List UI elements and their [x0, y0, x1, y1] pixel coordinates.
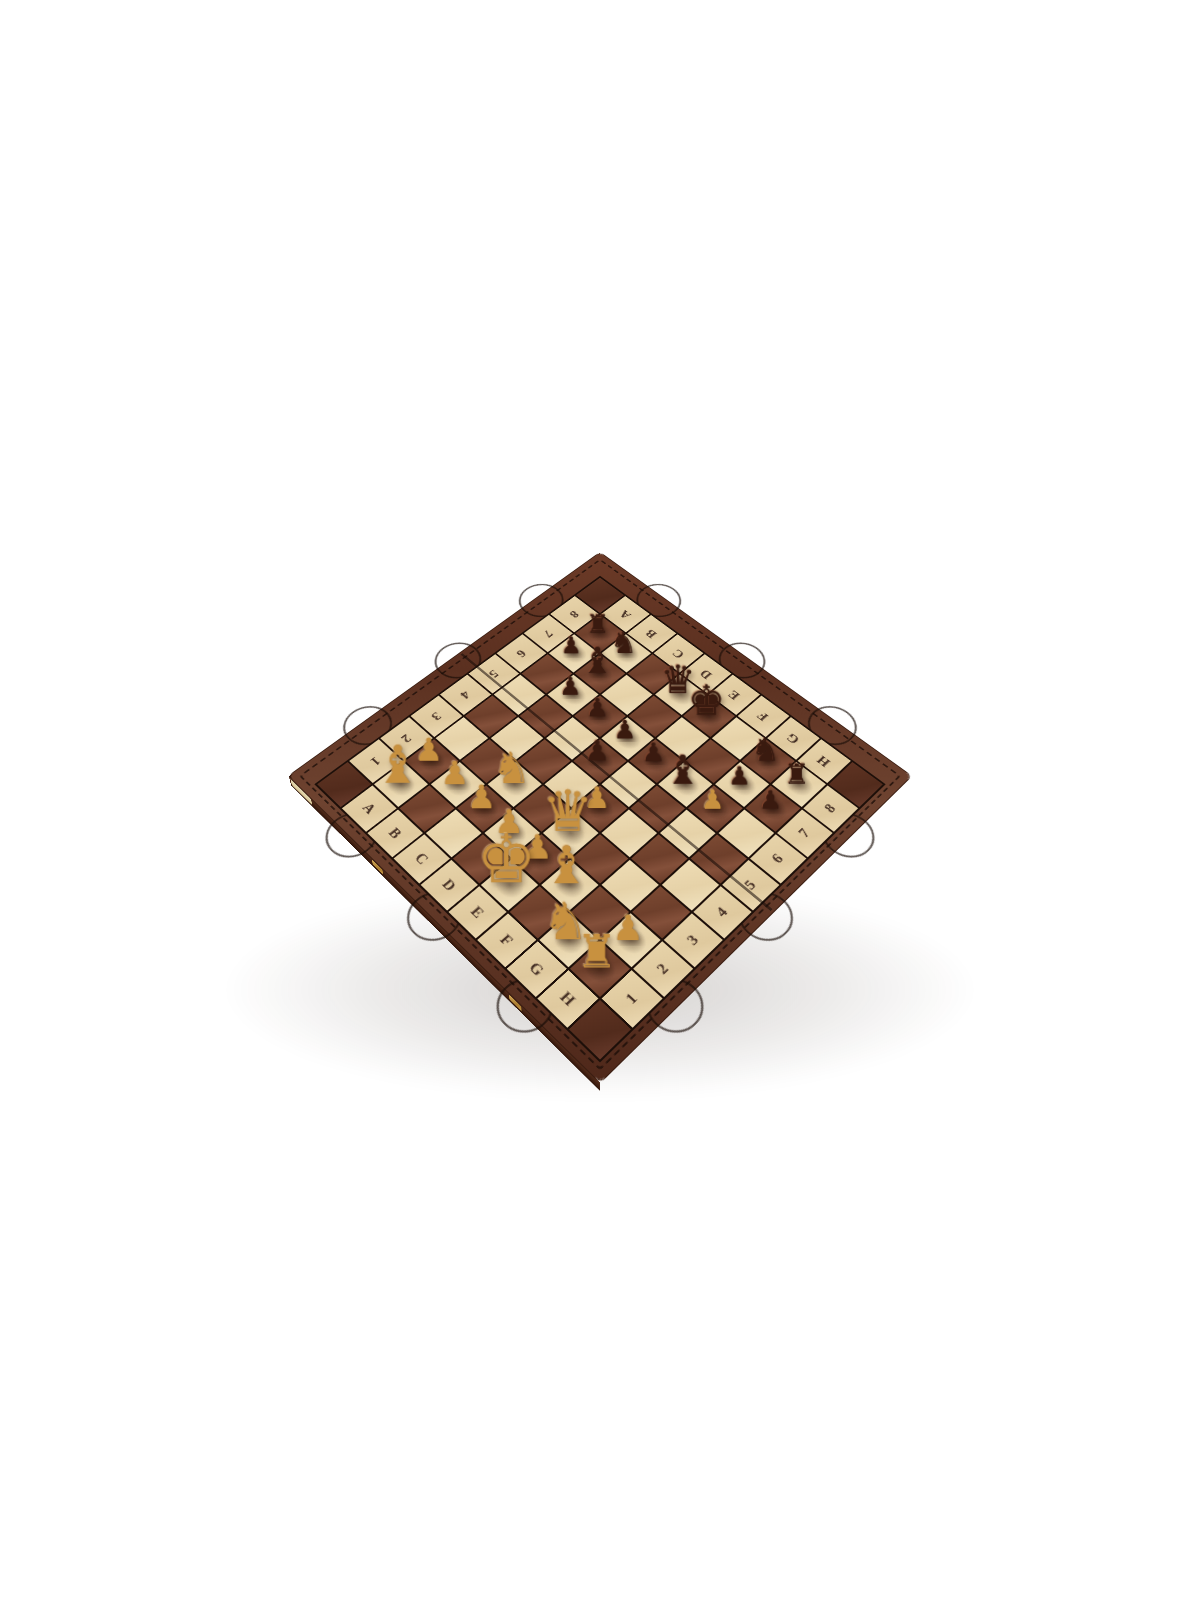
square-d5[interactable]: ♟ — [573, 739, 626, 783]
black-pawn[interactable]: ♟ — [559, 674, 581, 699]
rank-label-right-5: 5 — [741, 877, 760, 893]
white-pawn[interactable]: ♟ — [441, 757, 470, 789]
white-bishop[interactable]: ♝ — [375, 738, 422, 790]
rank-label-right-4: 4 — [713, 904, 732, 921]
black-bishop[interactable]: ♝ — [581, 643, 613, 679]
white-pawn[interactable]: ♟ — [701, 786, 725, 813]
white-knight[interactable]: ♞ — [493, 747, 532, 790]
file-label-near-A: A — [359, 800, 380, 817]
black-pawn[interactable]: ♟ — [586, 695, 608, 720]
black-pawn[interactable]: ♟ — [728, 763, 751, 788]
rank-label-right-8: 8 — [821, 801, 839, 816]
rank-label-left-6: 6 — [514, 647, 530, 659]
black-king[interactable]: ♚ — [688, 680, 725, 721]
black-pawn[interactable]: ♟ — [561, 634, 582, 657]
black-pawn[interactable]: ♟ — [614, 717, 637, 742]
perspective-container: ABCDEFGH8♜♞♛♚♞♜87♟♝♟♟76♟♟♟♟♝♟65♟54♟43♞♛3… — [0, 0, 1200, 1600]
product-photo-scene: ABCDEFGH8♜♞♛♚♞♜87♟♝♟♟76♟♟♟♟♝♟65♟54♟43♞♛3… — [0, 0, 1200, 1600]
black-knight[interactable]: ♞ — [751, 734, 779, 766]
black-rook[interactable]: ♜ — [784, 761, 809, 789]
rank-label-left-5: 5 — [486, 667, 502, 680]
frame-label-cell: 4 — [693, 886, 751, 938]
black-bishop[interactable]: ♝ — [665, 749, 701, 789]
white-pawn[interactable]: ♟ — [467, 781, 496, 814]
rank-label-right-7: 7 — [796, 825, 815, 840]
board-frame: ABCDEFGH8♜♞♛♚♞♜87♟♝♟♟76♟♟♟♟♝♟65♟54♟43♞♛3… — [289, 553, 911, 1083]
black-pawn[interactable]: ♟ — [759, 787, 782, 813]
file-label-near-E: E — [467, 903, 488, 922]
file-label-far-G: G — [784, 730, 803, 746]
rank-label-left-3: 3 — [428, 709, 444, 722]
white-rook[interactable]: ♜ — [576, 929, 617, 975]
file-label-near-F: F — [496, 931, 517, 950]
black-pawn[interactable]: ♟ — [642, 739, 665, 765]
rank-label-right-6: 6 — [769, 851, 788, 867]
rank-label-left-8: 8 — [567, 608, 583, 620]
rank-label-right-3: 3 — [684, 931, 703, 948]
file-label-far-A: A — [617, 607, 635, 620]
rank-label-right-1: 1 — [622, 989, 642, 1008]
white-king[interactable]: ♚ — [476, 826, 536, 893]
chess-board: ABCDEFGH8♜♞♛♚♞♜87♟♝♟♟76♟♟♟♟♝♟65♟54♟43♞♛3… — [289, 553, 911, 1083]
file-label-near-C: C — [411, 850, 432, 868]
square-a1[interactable]: ♝ — [374, 762, 428, 807]
file-label-far-E: E — [726, 687, 744, 701]
black-rook[interactable]: ♜ — [586, 612, 609, 638]
file-label-far-F: F — [755, 709, 772, 723]
rank-label-right-2: 2 — [653, 960, 673, 978]
file-label-near-B: B — [385, 825, 405, 842]
file-label-far-H: H — [814, 753, 834, 770]
frame-corner-cell — [569, 1000, 631, 1059]
black-pawn[interactable]: ♟ — [585, 738, 610, 766]
black-knight[interactable]: ♞ — [610, 628, 637, 658]
file-label-near-G: G — [525, 958, 548, 979]
white-bishop[interactable]: ♝ — [543, 839, 590, 891]
file-label-near-D: D — [439, 876, 460, 895]
rank-label-left-7: 7 — [541, 627, 557, 639]
rank-label-left-4: 4 — [458, 688, 474, 701]
board-grid: ABCDEFGH8♜♞♛♚♞♜87♟♝♟♟76♟♟♟♟♝♟65♟54♟43♞♛3… — [314, 576, 885, 1063]
file-label-near-H: H — [556, 988, 579, 1010]
file-label-far-B: B — [643, 627, 660, 640]
